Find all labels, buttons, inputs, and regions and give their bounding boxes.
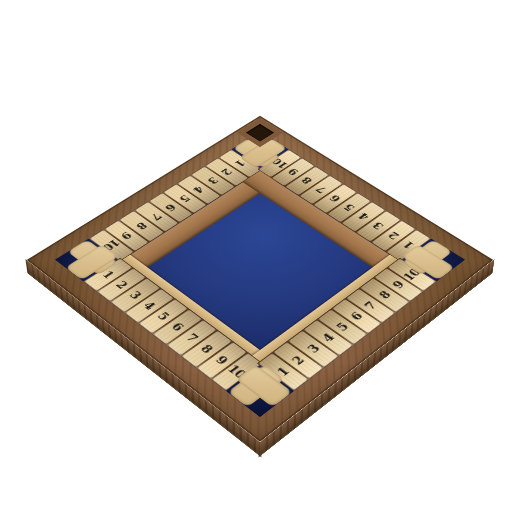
shut-the-box-photo: 12345678910 10987654321 12345678910 1098… <box>0 0 520 520</box>
pip-red <box>227 261 237 268</box>
pip-red <box>237 246 247 253</box>
die-1[interactable] <box>228 198 270 226</box>
pip-red <box>232 253 242 260</box>
pip-blue <box>236 215 245 221</box>
pip-blue <box>243 204 252 210</box>
pip-red <box>221 250 231 257</box>
pip-blue <box>255 212 264 218</box>
pip-red <box>243 257 253 264</box>
pip-blue <box>233 206 242 212</box>
pip-blue <box>246 213 255 219</box>
die-1-face-top-6-blue <box>228 198 270 226</box>
pip-blue <box>252 203 261 209</box>
shut-the-box-board: 12345678910 10987654321 12345678910 1098… <box>27 116 494 442</box>
